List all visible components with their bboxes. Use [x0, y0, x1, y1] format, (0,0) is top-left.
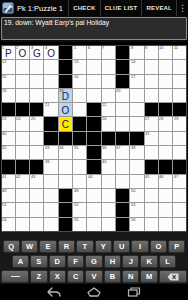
- clue-number: 14: [131, 60, 135, 64]
- block-cell: [30, 103, 43, 116]
- clue-number: 44: [88, 175, 92, 179]
- grid-cell[interactable]: 34: [59, 146, 72, 159]
- clue-number: 13: [74, 60, 78, 64]
- grid-cell[interactable]: 52: [73, 203, 86, 216]
- clue-number: 3: [31, 46, 33, 50]
- grid-cell[interactable]: [116, 117, 129, 130]
- current-clue[interactable]: 19. down: Wyatt Earp's pal Holiday: [1, 17, 187, 40]
- clue-number: 50: [131, 189, 135, 193]
- grid-cell[interactable]: [173, 89, 186, 102]
- grid-cell[interactable]: 42: [16, 175, 29, 188]
- block-cell: [145, 160, 158, 173]
- grid-cell[interactable]: [87, 203, 100, 216]
- clue-number: 21: [45, 103, 49, 107]
- action-bar: CHECK CLUE LIST REVEAL ⋮: [68, 0, 188, 16]
- grid-cell[interactable]: 14: [130, 60, 143, 73]
- grid-cell[interactable]: [30, 132, 43, 145]
- clue-number: 51: [2, 203, 6, 207]
- block-cell: [59, 60, 72, 73]
- clue-number: 17: [131, 75, 135, 79]
- grid-cell[interactable]: [44, 175, 57, 188]
- grid-cell[interactable]: [173, 146, 186, 159]
- block-cell: [59, 189, 72, 202]
- grid-cell[interactable]: [44, 75, 57, 88]
- block-cell: [116, 218, 129, 231]
- grid-cell[interactable]: 18: [2, 89, 15, 102]
- clue-number: 56: [131, 218, 135, 222]
- grid-cell[interactable]: [16, 203, 29, 216]
- grid-cell[interactable]: 53: [130, 203, 143, 216]
- key-W[interactable]: W: [21, 240, 38, 253]
- grid-cell[interactable]: [145, 203, 158, 216]
- clue-number: 12: [2, 60, 6, 64]
- grid-cell[interactable]: 47: [173, 175, 186, 188]
- grid-cell[interactable]: [130, 117, 143, 130]
- clue-number: 26: [102, 117, 106, 121]
- grid-cell[interactable]: [30, 203, 43, 216]
- clue-number: 47: [174, 175, 178, 179]
- key-N[interactable]: N: [122, 270, 139, 283]
- block-cell: [59, 75, 72, 88]
- crossword-grid[interactable]: 1P2O3G4O5678910111213141516171819D2021O2…: [1, 45, 188, 232]
- clue-number: 2: [16, 46, 18, 50]
- app-icon: [2, 2, 14, 14]
- key-Q[interactable]: Q: [3, 240, 20, 253]
- block-cell: [59, 132, 72, 145]
- grid-cell[interactable]: [173, 203, 186, 216]
- grid-cell[interactable]: [44, 203, 57, 216]
- grid-cell[interactable]: 43: [30, 175, 43, 188]
- clue-number: 42: [16, 175, 20, 179]
- grid-cell[interactable]: [102, 218, 115, 231]
- grid-cell[interactable]: 29: [173, 117, 186, 130]
- block-cell: [16, 103, 29, 116]
- block-cell: [59, 218, 72, 231]
- clue-number: 49: [74, 189, 78, 193]
- grid-cell[interactable]: 4O: [44, 46, 57, 59]
- key-Z[interactable]: Z: [30, 270, 47, 283]
- grid-cell[interactable]: 7: [102, 46, 115, 59]
- block-cell: [73, 132, 86, 145]
- grid-cell[interactable]: 46: [159, 175, 172, 188]
- grid-cell[interactable]: [116, 175, 129, 188]
- grid-cell[interactable]: [102, 75, 115, 88]
- grid-cell[interactable]: 37: [116, 146, 129, 159]
- grid-cell[interactable]: 20: [116, 89, 129, 102]
- grid-cell[interactable]: O: [59, 103, 72, 116]
- space-key-icon: [11, 276, 20, 278]
- clue-number: 11: [174, 46, 178, 50]
- grid-cell[interactable]: [145, 60, 158, 73]
- clue-number: 18: [2, 89, 6, 93]
- key-backspace[interactable]: [159, 270, 187, 283]
- grid-cell[interactable]: 23: [2, 117, 15, 130]
- key-H[interactable]: H: [104, 255, 121, 268]
- grid-cell[interactable]: 55: [73, 218, 86, 231]
- grid-cell[interactable]: [116, 160, 129, 173]
- clue-number: 43: [31, 175, 35, 179]
- block-cell: [87, 146, 100, 159]
- block-cell: [30, 160, 43, 173]
- grid-cell[interactable]: 21: [44, 103, 57, 116]
- clue-number: 34: [59, 146, 63, 150]
- clue-number: 32: [2, 146, 6, 150]
- block-cell: [87, 160, 100, 173]
- key-E[interactable]: E: [39, 240, 56, 253]
- clue-number: 55: [74, 218, 78, 222]
- clue-number: 36: [102, 146, 106, 150]
- grid-cell[interactable]: [73, 160, 86, 173]
- clue-number: 45: [145, 175, 149, 179]
- clue-number: 22: [102, 103, 106, 107]
- grid-cell[interactable]: 45: [145, 175, 158, 188]
- clue-number: 23: [2, 117, 6, 121]
- cell-letter: O: [62, 106, 70, 116]
- key-K[interactable]: K: [140, 255, 157, 268]
- grid-cell[interactable]: 22: [102, 103, 115, 116]
- keyboard-row-2: ASDFGHJKL: [0, 255, 188, 268]
- grid-cell[interactable]: [159, 203, 172, 216]
- grid-cell[interactable]: 44: [87, 175, 100, 188]
- grid-cell[interactable]: [87, 189, 100, 202]
- grid-cell[interactable]: [16, 132, 29, 145]
- block-cell: [116, 46, 129, 59]
- clue-number: 16: [74, 75, 78, 79]
- grid-cell[interactable]: [73, 103, 86, 116]
- block-cell: [145, 103, 158, 116]
- crossword-app-screen: Pk 1:Puzzle 1 CHECK CLUE LIST REVEAL ⋮ 1…: [0, 0, 188, 300]
- grid-cell[interactable]: 38: [130, 146, 143, 159]
- nav-recents-button[interactable]: [127, 287, 141, 297]
- key-D[interactable]: D: [49, 255, 66, 268]
- clue-number: 38: [131, 146, 135, 150]
- key-J[interactable]: J: [122, 255, 139, 268]
- clue-number: 46: [159, 175, 163, 179]
- grid-cell[interactable]: 35: [73, 146, 86, 159]
- block-cell: [73, 117, 86, 130]
- clue-number: 53: [131, 203, 135, 207]
- clue-number: 5: [74, 46, 76, 50]
- clue-number: 24: [16, 117, 20, 121]
- grid-cell[interactable]: 24: [16, 117, 29, 130]
- key-P[interactable]: P: [168, 240, 185, 253]
- block-cell: [102, 132, 115, 145]
- clue-number: 35: [74, 146, 78, 150]
- clue-area: 19. down: Wyatt Earp's pal Holiday: [0, 16, 188, 42]
- grid-cell[interactable]: [87, 89, 100, 102]
- key-L[interactable]: L: [159, 255, 176, 268]
- grid-cell[interactable]: 17: [130, 75, 143, 88]
- grid-cell[interactable]: 31: [145, 132, 158, 145]
- clue-number: 33: [45, 146, 49, 150]
- grid-cell[interactable]: [30, 75, 43, 88]
- grid-cell[interactable]: [159, 60, 172, 73]
- block-cell: [116, 132, 129, 145]
- grid-cell[interactable]: [145, 146, 158, 159]
- key-S[interactable]: S: [30, 255, 47, 268]
- grid-cell[interactable]: [159, 132, 172, 145]
- nav-home-button[interactable]: [87, 287, 101, 297]
- grid-cell[interactable]: [73, 89, 86, 102]
- clue-number: 27: [145, 117, 149, 121]
- overflow-menu-icon[interactable]: ⋮: [176, 0, 188, 16]
- grid-cell[interactable]: [159, 189, 172, 202]
- grid-cell[interactable]: 16: [73, 75, 86, 88]
- block-cell: [16, 160, 29, 173]
- key-O[interactable]: O: [150, 240, 167, 253]
- grid-cell[interactable]: [30, 146, 43, 159]
- clue-number: 20: [116, 89, 120, 93]
- back-icon: [47, 287, 61, 297]
- grid-cell[interactable]: C: [59, 117, 72, 130]
- cell-letter: D: [62, 92, 69, 102]
- block-cell: [87, 117, 100, 130]
- grid-cell[interactable]: 25: [30, 117, 43, 130]
- keyboard-row-3: ZXCVBNM: [0, 270, 188, 283]
- clue-number: 31: [145, 132, 149, 136]
- block-cell: [159, 103, 172, 116]
- grid-cell[interactable]: [87, 218, 100, 231]
- clue-number: 48: [2, 189, 6, 193]
- cell-letter: O: [19, 49, 27, 59]
- clue-number: 54: [2, 218, 6, 222]
- grid-cell[interactable]: [16, 146, 29, 159]
- grid-cell[interactable]: [30, 189, 43, 202]
- grid-cell[interactable]: [30, 89, 43, 102]
- grid-cell[interactable]: 15: [2, 75, 15, 88]
- key-M[interactable]: M: [140, 270, 157, 283]
- grid-cell[interactable]: [102, 89, 115, 102]
- key-T[interactable]: T: [76, 240, 93, 253]
- clue-number: 25: [31, 117, 35, 121]
- block-cell: [116, 203, 129, 216]
- grid-cell[interactable]: [173, 75, 186, 88]
- grid-cell[interactable]: 8: [130, 46, 143, 59]
- reveal-button[interactable]: REVEAL: [141, 0, 176, 16]
- block-cell: [59, 203, 72, 216]
- check-button[interactable]: CHECK: [68, 0, 99, 16]
- key-G[interactable]: G: [85, 255, 102, 268]
- keyboard-row-1: QWERTYUIOP: [0, 240, 188, 253]
- grid-cell[interactable]: 9: [145, 46, 158, 59]
- grid-cell[interactable]: 56: [130, 218, 143, 231]
- block-cell: [59, 46, 72, 59]
- key-Y[interactable]: Y: [95, 240, 112, 253]
- grid-cell[interactable]: [159, 89, 172, 102]
- cell-letter: C: [62, 120, 69, 130]
- android-nav-bar: [0, 284, 188, 300]
- grid-cell[interactable]: [44, 89, 57, 102]
- grid-cell[interactable]: [16, 189, 29, 202]
- grid-cell[interactable]: [145, 218, 158, 231]
- block-cell: [2, 103, 15, 116]
- grid-cell[interactable]: [173, 132, 186, 145]
- block-cell: [87, 132, 100, 145]
- grid-cell[interactable]: [130, 103, 143, 116]
- backspace-icon: [167, 273, 179, 281]
- block-cell: [116, 60, 129, 73]
- key-A[interactable]: A: [12, 255, 29, 268]
- key-V[interactable]: V: [85, 270, 102, 283]
- grid-cell[interactable]: 48: [2, 189, 15, 202]
- grid-cell[interactable]: 19D: [59, 89, 72, 102]
- grid-cell[interactable]: [159, 218, 172, 231]
- grid-cell[interactable]: [145, 189, 158, 202]
- grid-cell[interactable]: [130, 89, 143, 102]
- grid-cell[interactable]: 32: [2, 146, 15, 159]
- grid-cell[interactable]: [130, 160, 143, 173]
- grid-cell[interactable]: [159, 146, 172, 159]
- grid-cell[interactable]: 1P: [2, 46, 15, 59]
- grid-cell[interactable]: [102, 203, 115, 216]
- block-cell: [116, 189, 129, 202]
- clue-number: 30: [2, 132, 6, 136]
- app-title: Pk 1:Puzzle 1: [17, 4, 63, 13]
- key-F[interactable]: F: [67, 255, 84, 268]
- clue-number: 15: [2, 75, 6, 79]
- clue-number: 19: [59, 89, 63, 93]
- recents-icon: [127, 287, 141, 297]
- grid-cell[interactable]: 26: [102, 117, 115, 130]
- block-cell: [44, 132, 57, 145]
- grid-cell[interactable]: [59, 175, 72, 188]
- grid-cell[interactable]: [102, 189, 115, 202]
- grid-cell[interactable]: 6: [87, 46, 100, 59]
- grid-cell[interactable]: [87, 60, 100, 73]
- grid-cell[interactable]: 30: [2, 132, 15, 145]
- grid-cell[interactable]: [116, 103, 129, 116]
- grid-cell[interactable]: 40: [102, 160, 115, 173]
- clue-number: 40: [102, 160, 106, 164]
- grid-cell[interactable]: [173, 60, 186, 73]
- key-C[interactable]: C: [67, 270, 84, 283]
- block-cell: [130, 132, 143, 145]
- grid-cell[interactable]: [44, 218, 57, 231]
- cell-letter: O: [47, 49, 55, 59]
- clue-number: 39: [45, 160, 49, 164]
- grid-cell[interactable]: [16, 218, 29, 231]
- grid-cell[interactable]: 39: [44, 160, 57, 173]
- grid-cell[interactable]: 3G: [30, 46, 43, 59]
- key-R[interactable]: R: [58, 240, 75, 253]
- grid-cell[interactable]: [173, 189, 186, 202]
- clue-number: 1: [2, 46, 4, 50]
- title-bar: Pk 1:Puzzle 1 CHECK CLUE LIST REVEAL ⋮: [0, 0, 188, 16]
- grid-cell[interactable]: 54: [2, 218, 15, 231]
- grid-cell[interactable]: [16, 89, 29, 102]
- grid-cell[interactable]: [16, 75, 29, 88]
- clue-number: 37: [116, 146, 120, 150]
- grid-cell[interactable]: [102, 175, 115, 188]
- grid-cell[interactable]: [145, 75, 158, 88]
- key-_[interactable]: [1, 270, 29, 283]
- block-cell: [173, 160, 186, 173]
- grid-cell[interactable]: [44, 189, 57, 202]
- key-X[interactable]: X: [49, 270, 66, 283]
- grid-cell[interactable]: [30, 218, 43, 231]
- grid-cell[interactable]: 11: [173, 46, 186, 59]
- grid-cell[interactable]: [87, 75, 100, 88]
- grid-cell[interactable]: 13: [73, 60, 86, 73]
- clue-number: 52: [74, 203, 78, 207]
- grid-area: 1P2O3G4O5678910111213141516171819D2021O2…: [0, 42, 188, 232]
- grid-cell[interactable]: 41: [2, 175, 15, 188]
- key-B[interactable]: B: [104, 270, 121, 283]
- clue-number: 9: [145, 46, 147, 50]
- grid-cell[interactable]: 5: [73, 46, 86, 59]
- grid-cell[interactable]: 12: [2, 60, 15, 73]
- grid-cell[interactable]: 51: [2, 203, 15, 216]
- block-cell: [87, 103, 100, 116]
- grid-cell[interactable]: 27: [145, 117, 158, 130]
- block-cell: [173, 103, 186, 116]
- grid-cell[interactable]: 36: [102, 146, 115, 159]
- clue-number: 6: [88, 46, 90, 50]
- grid-cell[interactable]: [145, 89, 158, 102]
- clue-number: 8: [131, 46, 133, 50]
- grid-cell[interactable]: [44, 60, 57, 73]
- grid-cell[interactable]: 10: [159, 46, 172, 59]
- key-I[interactable]: I: [131, 240, 148, 253]
- clue-number: 7: [102, 46, 104, 50]
- grid-cell[interactable]: [73, 175, 86, 188]
- cell-letter: P: [5, 49, 12, 59]
- grid-cell[interactable]: 33: [44, 146, 57, 159]
- clue-list-button[interactable]: CLUE LIST: [100, 0, 142, 16]
- grid-cell[interactable]: [173, 218, 186, 231]
- nav-back-button[interactable]: [47, 287, 61, 297]
- grid-cell[interactable]: 50: [130, 189, 143, 202]
- clue-number: 41: [2, 175, 6, 179]
- block-cell: [116, 75, 129, 88]
- grid-cell[interactable]: [102, 60, 115, 73]
- grid-cell[interactable]: [159, 75, 172, 88]
- clue-number: 29: [174, 117, 178, 121]
- grid-cell[interactable]: [59, 160, 72, 173]
- grid-cell[interactable]: [16, 60, 29, 73]
- clue-number: 4: [45, 46, 47, 50]
- block-cell: [159, 160, 172, 173]
- grid-cell[interactable]: 2O: [16, 46, 29, 59]
- home-icon: [87, 287, 101, 297]
- grid-cell[interactable]: 28: [159, 117, 172, 130]
- key-U[interactable]: U: [113, 240, 130, 253]
- grid-cell[interactable]: [130, 175, 143, 188]
- clue-number: 28: [159, 117, 163, 121]
- keyboard: QWERTYUIOP ASDFGHJKL ZXCVBNM: [0, 232, 188, 284]
- block-cell: [2, 160, 15, 173]
- grid-cell[interactable]: 49: [73, 189, 86, 202]
- block-cell: [44, 117, 57, 130]
- grid-cell[interactable]: [30, 60, 43, 73]
- cell-letter: G: [33, 49, 41, 59]
- clue-number: 10: [159, 46, 163, 50]
